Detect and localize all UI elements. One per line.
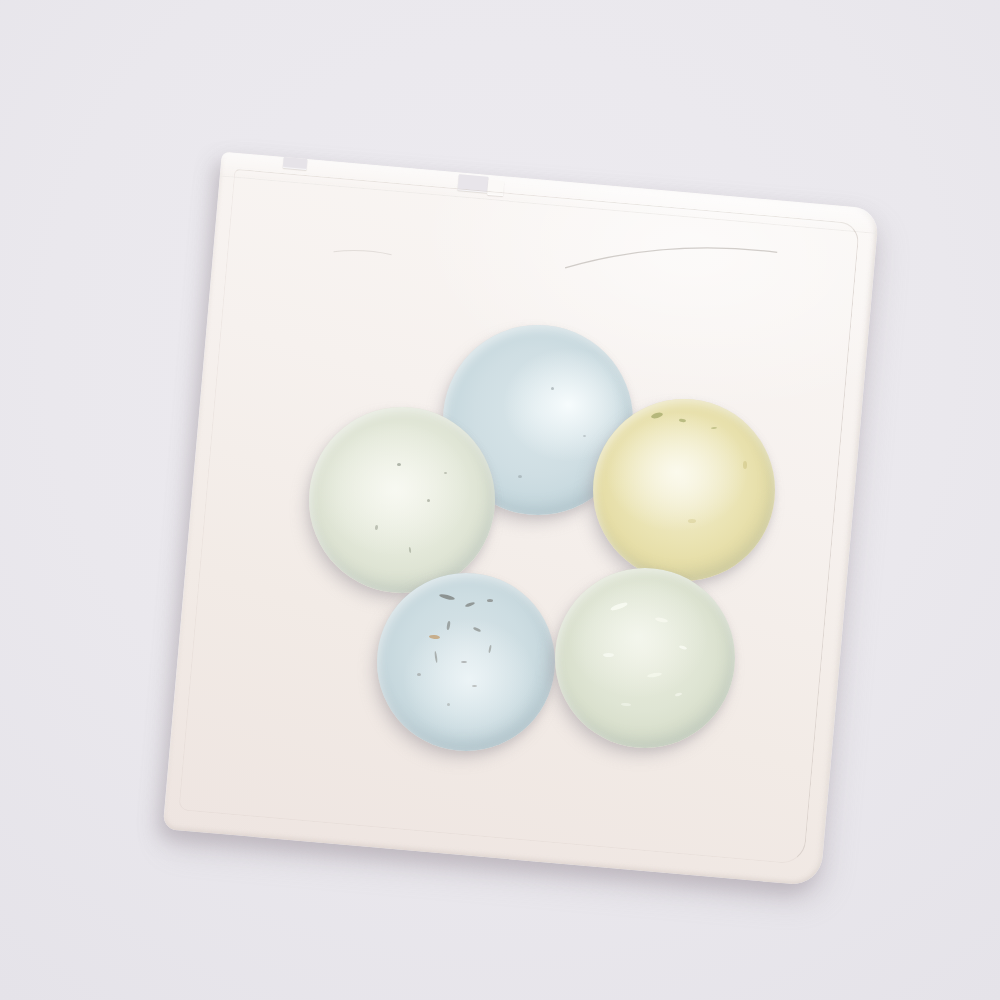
- gem-inclusion: [444, 472, 447, 474]
- gem-inclusion: [583, 435, 586, 437]
- gem-inclusion: [679, 645, 688, 651]
- gem-inclusion: [417, 673, 421, 676]
- gem-inclusion: [461, 661, 467, 663]
- gem-inclusion: [439, 593, 455, 601]
- gem-inclusion: [610, 601, 629, 612]
- gem-inclusion: [375, 525, 379, 530]
- gem-inclusion: [434, 651, 438, 663]
- gem-inclusion: [447, 703, 450, 706]
- gem-inclusion: [655, 617, 669, 624]
- gem-left-pale-green: [309, 407, 495, 593]
- gem-inclusion: [711, 427, 717, 430]
- gem-inclusion: [551, 387, 554, 390]
- photo-scene: [0, 0, 1000, 1000]
- gem-inclusion: [473, 626, 482, 632]
- gem-inclusion: [675, 692, 683, 697]
- gem-box: [163, 152, 880, 887]
- lid-tab: [487, 180, 504, 196]
- hair-strand-icon: [163, 152, 880, 887]
- gem-inclusion: [465, 601, 475, 607]
- gem-bottom-right-pale-green: [555, 568, 735, 748]
- gem-inclusion: [688, 519, 696, 523]
- gem-inclusion: [427, 499, 430, 502]
- gem-inclusion: [487, 599, 493, 602]
- gem-right-yellow: [593, 399, 775, 581]
- gem-inclusion: [472, 685, 477, 687]
- gem-inclusion: [518, 475, 522, 478]
- gem-inclusion: [679, 418, 686, 422]
- gem-inclusion: [603, 653, 614, 657]
- gem-inclusion: [397, 463, 401, 466]
- gem-inclusion: [409, 547, 412, 553]
- gem-inclusion: [651, 412, 664, 420]
- gem-inclusion: [647, 672, 662, 679]
- gem-inclusion: [743, 461, 747, 469]
- gem-bottom-left-blue: [377, 573, 555, 751]
- lid-notch-small: [283, 157, 308, 170]
- gem-inclusion: [621, 703, 631, 707]
- gem-inclusion: [429, 635, 440, 640]
- lid-notch-large: [457, 174, 488, 193]
- gem-inclusion: [488, 645, 492, 653]
- gem-inclusion: [446, 621, 451, 630]
